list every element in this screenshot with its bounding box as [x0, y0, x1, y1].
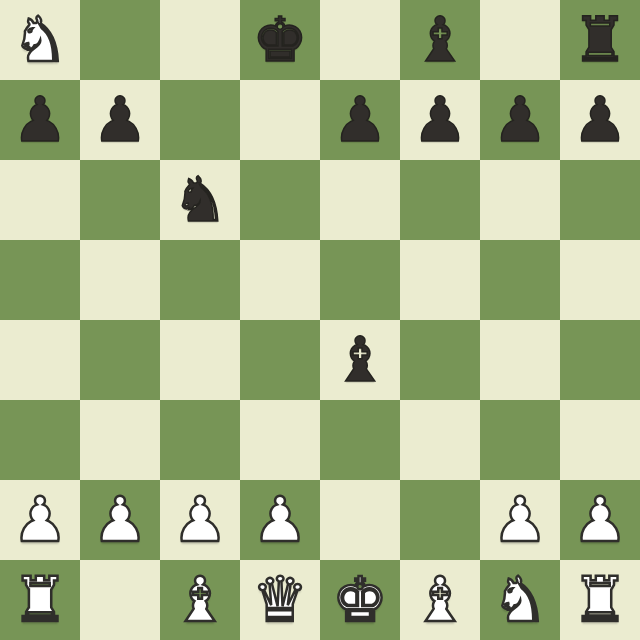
- square-d5[interactable]: [240, 240, 320, 320]
- square-f3[interactable]: [400, 400, 480, 480]
- piece-white-king[interactable]: ♚: [320, 560, 400, 640]
- piece-black-pawn[interactable]: ♟: [560, 80, 640, 160]
- square-d6[interactable]: [240, 160, 320, 240]
- piece-black-bishop[interactable]: ♝: [400, 0, 480, 80]
- piece-white-bishop[interactable]: ♝: [400, 560, 480, 640]
- square-d8[interactable]: ♚: [240, 0, 320, 80]
- square-g6[interactable]: [480, 160, 560, 240]
- square-h2[interactable]: ♟: [560, 480, 640, 560]
- piece-black-pawn[interactable]: ♟: [480, 80, 560, 160]
- square-h1[interactable]: ♜: [560, 560, 640, 640]
- piece-white-pawn[interactable]: ♟: [80, 480, 160, 560]
- square-c1[interactable]: ♝: [160, 560, 240, 640]
- piece-white-pawn[interactable]: ♟: [240, 480, 320, 560]
- square-g5[interactable]: [480, 240, 560, 320]
- square-d2[interactable]: ♟: [240, 480, 320, 560]
- square-h7[interactable]: ♟: [560, 80, 640, 160]
- square-b2[interactable]: ♟: [80, 480, 160, 560]
- square-h6[interactable]: [560, 160, 640, 240]
- square-a2[interactable]: ♟: [0, 480, 80, 560]
- square-e6[interactable]: [320, 160, 400, 240]
- piece-white-pawn[interactable]: ♟: [480, 480, 560, 560]
- square-e4[interactable]: ♝: [320, 320, 400, 400]
- square-d7[interactable]: [240, 80, 320, 160]
- square-d3[interactable]: [240, 400, 320, 480]
- square-f4[interactable]: [400, 320, 480, 400]
- square-a6[interactable]: [0, 160, 80, 240]
- piece-black-bishop[interactable]: ♝: [320, 320, 400, 400]
- square-e3[interactable]: [320, 400, 400, 480]
- square-d4[interactable]: [240, 320, 320, 400]
- square-g4[interactable]: [480, 320, 560, 400]
- square-e8[interactable]: [320, 0, 400, 80]
- square-a7[interactable]: ♟: [0, 80, 80, 160]
- square-a3[interactable]: [0, 400, 80, 480]
- square-c6[interactable]: ♞: [160, 160, 240, 240]
- piece-black-knight[interactable]: ♞: [160, 160, 240, 240]
- square-c7[interactable]: [160, 80, 240, 160]
- square-f1[interactable]: ♝: [400, 560, 480, 640]
- piece-white-rook[interactable]: ♜: [560, 560, 640, 640]
- square-g2[interactable]: ♟: [480, 480, 560, 560]
- square-b5[interactable]: [80, 240, 160, 320]
- square-c2[interactable]: ♟: [160, 480, 240, 560]
- square-b7[interactable]: ♟: [80, 80, 160, 160]
- square-e5[interactable]: [320, 240, 400, 320]
- square-h3[interactable]: [560, 400, 640, 480]
- square-g3[interactable]: [480, 400, 560, 480]
- piece-white-queen[interactable]: ♛: [240, 560, 320, 640]
- piece-black-pawn[interactable]: ♟: [400, 80, 480, 160]
- square-a5[interactable]: [0, 240, 80, 320]
- piece-white-pawn[interactable]: ♟: [560, 480, 640, 560]
- square-b4[interactable]: [80, 320, 160, 400]
- square-h4[interactable]: [560, 320, 640, 400]
- piece-white-bishop[interactable]: ♝: [160, 560, 240, 640]
- piece-white-rook[interactable]: ♜: [0, 560, 80, 640]
- piece-black-rook[interactable]: ♜: [560, 0, 640, 80]
- square-c3[interactable]: [160, 400, 240, 480]
- square-c5[interactable]: [160, 240, 240, 320]
- square-f7[interactable]: ♟: [400, 80, 480, 160]
- square-c8[interactable]: [160, 0, 240, 80]
- square-h8[interactable]: ♜: [560, 0, 640, 80]
- square-g1[interactable]: ♞: [480, 560, 560, 640]
- square-b8[interactable]: [80, 0, 160, 80]
- square-b3[interactable]: [80, 400, 160, 480]
- square-d1[interactable]: ♛: [240, 560, 320, 640]
- square-g8[interactable]: [480, 0, 560, 80]
- chess-board: ♞♚♝♜♟♟♟♟♟♟♞♝♟♟♟♟♟♟♜♝♛♚♝♞♜: [0, 0, 640, 640]
- piece-white-knight[interactable]: ♞: [480, 560, 560, 640]
- square-f2[interactable]: [400, 480, 480, 560]
- square-f8[interactable]: ♝: [400, 0, 480, 80]
- square-a4[interactable]: [0, 320, 80, 400]
- piece-black-king[interactable]: ♚: [240, 0, 320, 80]
- piece-white-pawn[interactable]: ♟: [0, 480, 80, 560]
- square-b1[interactable]: [80, 560, 160, 640]
- square-b6[interactable]: [80, 160, 160, 240]
- piece-white-pawn[interactable]: ♟: [160, 480, 240, 560]
- square-e7[interactable]: ♟: [320, 80, 400, 160]
- piece-black-pawn[interactable]: ♟: [0, 80, 80, 160]
- square-a1[interactable]: ♜: [0, 560, 80, 640]
- square-e1[interactable]: ♚: [320, 560, 400, 640]
- piece-black-pawn[interactable]: ♟: [80, 80, 160, 160]
- piece-black-pawn[interactable]: ♟: [320, 80, 400, 160]
- square-e2[interactable]: [320, 480, 400, 560]
- piece-white-knight[interactable]: ♞: [0, 0, 80, 80]
- square-c4[interactable]: [160, 320, 240, 400]
- square-a8[interactable]: ♞: [0, 0, 80, 80]
- square-f5[interactable]: [400, 240, 480, 320]
- square-f6[interactable]: [400, 160, 480, 240]
- square-h5[interactable]: [560, 240, 640, 320]
- square-g7[interactable]: ♟: [480, 80, 560, 160]
